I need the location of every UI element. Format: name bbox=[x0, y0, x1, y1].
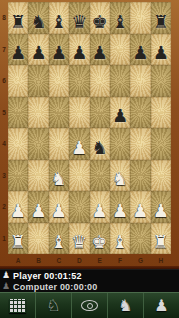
frame-bottom-edge bbox=[0, 266, 179, 269]
view-button[interactable] bbox=[71, 293, 107, 318]
file-label-e: E bbox=[90, 254, 110, 266]
file-labels: ABCDEFGH bbox=[8, 254, 171, 266]
square-d3[interactable] bbox=[69, 160, 89, 192]
square-a7[interactable]: ♟ bbox=[8, 34, 28, 66]
square-g1[interactable] bbox=[130, 223, 150, 255]
square-g2[interactable]: ♟ bbox=[130, 191, 150, 223]
square-c1[interactable]: ♝ bbox=[49, 223, 69, 255]
black-pawn: ♟ bbox=[10, 44, 26, 62]
square-d2[interactable] bbox=[69, 191, 89, 223]
file-label-f: F bbox=[110, 254, 130, 266]
square-h6[interactable] bbox=[151, 65, 171, 97]
rank-label-8: 8 bbox=[0, 2, 8, 34]
square-e2[interactable]: ♟ bbox=[90, 191, 110, 223]
square-d5[interactable] bbox=[69, 97, 89, 129]
square-a3[interactable] bbox=[8, 160, 28, 192]
white-pawn: ♟ bbox=[153, 202, 169, 220]
square-c5[interactable] bbox=[49, 97, 69, 129]
square-d1[interactable]: ♛ bbox=[69, 223, 89, 255]
square-g8[interactable] bbox=[130, 2, 150, 34]
file-label-g: G bbox=[130, 254, 150, 266]
square-e6[interactable] bbox=[90, 65, 110, 97]
black-queen: ♛ bbox=[71, 13, 87, 31]
white-king: ♚ bbox=[92, 233, 108, 251]
square-b4[interactable] bbox=[28, 128, 48, 160]
computer-clock-row: ♟ Computer 00:00:00 bbox=[2, 282, 179, 292]
white-pawn-icon: ♟ bbox=[2, 271, 10, 280]
pawn-icon: ♟ bbox=[154, 298, 168, 314]
square-f8[interactable]: ♝ bbox=[110, 2, 130, 34]
square-g4[interactable] bbox=[130, 128, 150, 160]
square-d7[interactable]: ♟ bbox=[69, 34, 89, 66]
pieces-style-button[interactable]: ♞ bbox=[107, 293, 143, 318]
white-knight: ♞ bbox=[112, 170, 128, 188]
square-f7[interactable] bbox=[110, 34, 130, 66]
white-rook: ♜ bbox=[153, 233, 169, 251]
square-g7[interactable]: ♟ bbox=[130, 34, 150, 66]
square-h5[interactable] bbox=[151, 97, 171, 129]
square-a2[interactable]: ♟ bbox=[8, 191, 28, 223]
square-h1[interactable]: ♜ bbox=[151, 223, 171, 255]
square-b6[interactable] bbox=[28, 65, 48, 97]
white-pawn: ♟ bbox=[30, 202, 46, 220]
square-e4[interactable]: ♞ bbox=[90, 128, 110, 160]
black-bishop: ♝ bbox=[112, 13, 128, 31]
square-c4[interactable] bbox=[49, 128, 69, 160]
black-pawn: ♟ bbox=[153, 44, 169, 62]
black-pawn: ♟ bbox=[30, 44, 46, 62]
square-d4[interactable]: ♟ bbox=[69, 128, 89, 160]
square-c7[interactable]: ♟ bbox=[49, 34, 69, 66]
black-bishop: ♝ bbox=[51, 13, 67, 31]
square-h7[interactable]: ♟ bbox=[151, 34, 171, 66]
black-king: ♚ bbox=[92, 13, 108, 31]
file-label-d: D bbox=[69, 254, 89, 266]
rank-label-3: 3 bbox=[0, 160, 8, 192]
file-label-a: A bbox=[8, 254, 28, 266]
board-grid-icon bbox=[9, 299, 26, 313]
black-pawn: ♟ bbox=[132, 44, 148, 62]
white-queen: ♛ bbox=[71, 233, 87, 251]
rank-label-6: 6 bbox=[0, 65, 8, 97]
square-d6[interactable] bbox=[69, 65, 89, 97]
pawn-button[interactable]: ♟ bbox=[143, 293, 179, 318]
knight-silhouette-icon: ♞ bbox=[118, 298, 132, 314]
square-d8[interactable]: ♛ bbox=[69, 2, 89, 34]
square-e7[interactable]: ♟ bbox=[90, 34, 110, 66]
white-pawn: ♟ bbox=[71, 139, 87, 157]
status-bar: ♟ Player 00:01:52 ♟ Computer 00:00:00 bbox=[0, 269, 179, 292]
square-c6[interactable] bbox=[49, 65, 69, 97]
computer-clock: Computer 00:00:00 bbox=[13, 282, 97, 292]
black-pawn: ♟ bbox=[112, 107, 128, 125]
file-label-b: B bbox=[28, 254, 48, 266]
white-rook: ♜ bbox=[10, 233, 26, 251]
square-g5[interactable] bbox=[130, 97, 150, 129]
square-g3[interactable] bbox=[130, 160, 150, 192]
square-e1[interactable]: ♚ bbox=[90, 223, 110, 255]
toolbar: ♘ ♞ ♟ bbox=[0, 292, 179, 318]
knight-outline-icon: ♘ bbox=[46, 298, 60, 314]
chess-app-screen: 87654321 ♜♞♝♛♚♝♜♟♟♟♟♟♟♟♟♟♞♞♞♟♟♟♟♟♟♟♜♝♛♚♝… bbox=[0, 0, 179, 318]
board-button[interactable] bbox=[0, 293, 35, 318]
file-label-h: H bbox=[151, 254, 171, 266]
white-pawn: ♟ bbox=[51, 202, 67, 220]
square-a6[interactable] bbox=[8, 65, 28, 97]
chess-board-frame: 87654321 ♜♞♝♛♚♝♜♟♟♟♟♟♟♟♟♟♞♞♞♟♟♟♟♟♟♟♜♝♛♚♝… bbox=[0, 0, 179, 269]
square-a4[interactable] bbox=[8, 128, 28, 160]
square-h2[interactable]: ♟ bbox=[151, 191, 171, 223]
square-f3[interactable]: ♞ bbox=[110, 160, 130, 192]
player-clock-row: ♟ Player 00:01:52 bbox=[2, 271, 179, 281]
square-a5[interactable] bbox=[8, 97, 28, 129]
white-bishop: ♝ bbox=[112, 233, 128, 251]
rank-label-1: 1 bbox=[0, 223, 8, 255]
knight-piece-button[interactable]: ♘ bbox=[35, 293, 71, 318]
black-pawn: ♟ bbox=[71, 44, 87, 62]
square-h4[interactable] bbox=[151, 128, 171, 160]
white-pawn: ♟ bbox=[132, 202, 148, 220]
square-c8[interactable]: ♝ bbox=[49, 2, 69, 34]
square-f4[interactable] bbox=[110, 128, 130, 160]
white-bishop: ♝ bbox=[51, 233, 67, 251]
square-a1[interactable]: ♜ bbox=[8, 223, 28, 255]
rank-label-2: 2 bbox=[0, 191, 8, 223]
black-rook: ♜ bbox=[153, 13, 169, 31]
square-f5[interactable]: ♟ bbox=[110, 97, 130, 129]
square-b1[interactable] bbox=[28, 223, 48, 255]
square-c3[interactable]: ♞ bbox=[49, 160, 69, 192]
square-h3[interactable] bbox=[151, 160, 171, 192]
rank-label-4: 4 bbox=[0, 128, 8, 160]
square-b5[interactable] bbox=[28, 97, 48, 129]
square-e3[interactable] bbox=[90, 160, 110, 192]
black-pawn: ♟ bbox=[51, 44, 67, 62]
square-h8[interactable]: ♜ bbox=[151, 2, 171, 34]
square-f2[interactable]: ♟ bbox=[110, 191, 130, 223]
square-b8[interactable]: ♞ bbox=[28, 2, 48, 34]
white-knight: ♞ bbox=[51, 170, 67, 188]
rank-label-7: 7 bbox=[0, 34, 8, 66]
square-a8[interactable]: ♜ bbox=[8, 2, 28, 34]
eye-icon bbox=[81, 300, 98, 311]
black-knight: ♞ bbox=[92, 139, 108, 157]
square-e8[interactable]: ♚ bbox=[90, 2, 110, 34]
square-f6[interactable] bbox=[110, 65, 130, 97]
black-pawn: ♟ bbox=[92, 44, 108, 62]
rank-labels: 87654321 bbox=[0, 2, 8, 254]
square-e5[interactable] bbox=[90, 97, 110, 129]
white-pawn: ♟ bbox=[10, 202, 26, 220]
square-b3[interactable] bbox=[28, 160, 48, 192]
file-label-c: C bbox=[49, 254, 69, 266]
square-b2[interactable]: ♟ bbox=[28, 191, 48, 223]
square-c2[interactable]: ♟ bbox=[49, 191, 69, 223]
player-clock: Player 00:01:52 bbox=[13, 271, 82, 281]
square-b7[interactable]: ♟ bbox=[28, 34, 48, 66]
chess-board: ♜♞♝♛♚♝♜♟♟♟♟♟♟♟♟♟♞♞♞♟♟♟♟♟♟♟♜♝♛♚♝♜ bbox=[8, 2, 171, 254]
white-pawn: ♟ bbox=[92, 202, 108, 220]
rank-label-5: 5 bbox=[0, 97, 8, 129]
square-f1[interactable]: ♝ bbox=[110, 223, 130, 255]
black-knight: ♞ bbox=[30, 13, 46, 31]
black-rook: ♜ bbox=[10, 13, 26, 31]
white-pawn: ♟ bbox=[112, 202, 128, 220]
black-pawn-icon: ♟ bbox=[2, 282, 10, 291]
square-g6[interactable] bbox=[130, 65, 150, 97]
